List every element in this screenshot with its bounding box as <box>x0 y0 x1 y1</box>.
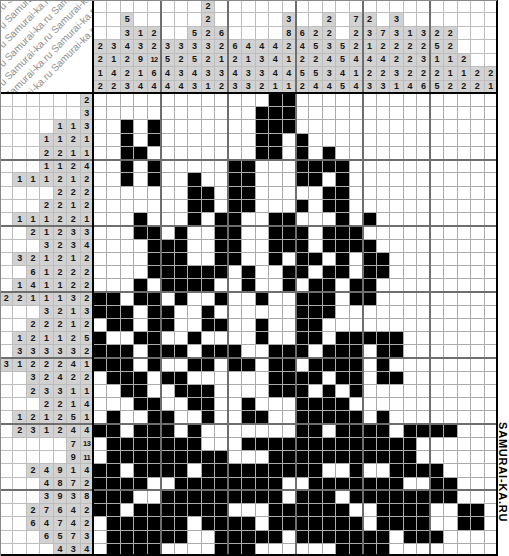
grid-cell[interactable] <box>363 107 375 119</box>
grid-cell[interactable] <box>269 491 281 503</box>
grid-cell[interactable] <box>242 359 254 371</box>
grid-cell[interactable] <box>256 425 268 437</box>
grid-cell[interactable] <box>202 240 214 252</box>
grid-cell[interactable] <box>458 411 470 423</box>
grid-cell[interactable] <box>269 292 281 304</box>
grid-cell[interactable] <box>242 425 254 437</box>
grid-cell[interactable] <box>283 451 295 463</box>
grid-cell[interactable] <box>296 226 308 238</box>
grid-cell[interactable] <box>417 266 429 278</box>
grid-cell[interactable] <box>175 319 187 331</box>
grid-cell[interactable] <box>471 504 483 516</box>
grid-cell[interactable] <box>107 200 119 212</box>
grid-cell[interactable] <box>336 478 348 490</box>
grid-cell[interactable] <box>175 438 187 450</box>
grid-cell[interactable] <box>121 266 133 278</box>
grid-cell[interactable] <box>390 464 402 476</box>
grid-cell[interactable] <box>242 306 254 318</box>
grid-cell[interactable] <box>229 425 241 437</box>
grid-cell[interactable] <box>202 200 214 212</box>
grid-cell[interactable] <box>444 398 456 410</box>
grid-cell[interactable] <box>471 464 483 476</box>
grid-cell[interactable] <box>336 504 348 516</box>
grid-cell[interactable] <box>283 504 295 516</box>
grid-cell[interactable] <box>444 359 456 371</box>
grid-cell[interactable] <box>390 160 402 172</box>
grid-cell[interactable] <box>417 438 429 450</box>
grid-cell[interactable] <box>256 478 268 490</box>
grid-cell[interactable] <box>121 134 133 146</box>
grid-cell[interactable] <box>336 345 348 357</box>
grid-cell[interactable] <box>296 451 308 463</box>
grid-cell[interactable] <box>309 292 321 304</box>
grid-cell[interactable] <box>229 279 241 291</box>
grid-cell[interactable] <box>296 319 308 331</box>
grid-cell[interactable] <box>309 187 321 199</box>
grid-cell[interactable] <box>175 160 187 172</box>
grid-cell[interactable] <box>161 279 173 291</box>
grid-cell[interactable] <box>175 398 187 410</box>
grid-cell[interactable] <box>269 226 281 238</box>
grid-cell[interactable] <box>148 147 160 159</box>
grid-cell[interactable] <box>202 306 214 318</box>
grid-cell[interactable] <box>242 478 254 490</box>
grid-cell[interactable] <box>242 292 254 304</box>
grid-cell[interactable] <box>229 385 241 397</box>
grid-cell[interactable] <box>121 147 133 159</box>
grid-cell[interactable] <box>175 292 187 304</box>
grid-cell[interactable] <box>161 266 173 278</box>
grid-cell[interactable] <box>256 226 268 238</box>
grid-cell[interactable] <box>471 147 483 159</box>
grid-cell[interactable] <box>269 266 281 278</box>
grid-cell[interactable] <box>417 213 429 225</box>
grid-cell[interactable] <box>283 266 295 278</box>
grid-cell[interactable] <box>350 504 362 516</box>
grid-cell[interactable] <box>417 517 429 529</box>
grid-cell[interactable] <box>309 94 321 106</box>
grid-cell[interactable] <box>202 372 214 384</box>
grid-cell[interactable] <box>417 398 429 410</box>
grid-cell[interactable] <box>431 359 443 371</box>
grid-cell[interactable] <box>377 531 389 543</box>
grid-cell[interactable] <box>107 438 119 450</box>
grid-cell[interactable] <box>350 147 362 159</box>
grid-cell[interactable] <box>202 398 214 410</box>
grid-cell[interactable] <box>283 160 295 172</box>
grid-cell[interactable] <box>404 107 416 119</box>
grid-cell[interactable] <box>323 398 335 410</box>
grid-cell[interactable] <box>148 411 160 423</box>
grid-cell[interactable] <box>336 306 348 318</box>
grid-cell[interactable] <box>94 147 106 159</box>
grid-cell[interactable] <box>431 504 443 516</box>
grid-cell[interactable] <box>323 200 335 212</box>
grid-cell[interactable] <box>242 253 254 265</box>
grid-cell[interactable] <box>269 187 281 199</box>
grid-cell[interactable] <box>404 266 416 278</box>
grid-cell[interactable] <box>363 451 375 463</box>
grid-cell[interactable] <box>121 213 133 225</box>
grid-cell[interactable] <box>188 517 200 529</box>
grid-cell[interactable] <box>323 451 335 463</box>
grid-cell[interactable] <box>269 306 281 318</box>
grid-cell[interactable] <box>404 517 416 529</box>
grid-cell[interactable] <box>471 240 483 252</box>
grid-cell[interactable] <box>94 94 106 106</box>
grid-cell[interactable] <box>404 213 416 225</box>
grid-cell[interactable] <box>256 160 268 172</box>
grid-cell[interactable] <box>444 385 456 397</box>
grid-cell[interactable] <box>350 359 362 371</box>
grid-cell[interactable] <box>215 504 227 516</box>
grid-cell[interactable] <box>336 491 348 503</box>
grid-cell[interactable] <box>94 425 106 437</box>
grid-cell[interactable] <box>202 359 214 371</box>
grid-cell[interactable] <box>161 517 173 529</box>
grid-cell[interactable] <box>377 134 389 146</box>
grid-cell[interactable] <box>471 160 483 172</box>
grid-cell[interactable] <box>134 359 146 371</box>
grid-cell[interactable] <box>283 464 295 476</box>
grid-cell[interactable] <box>417 319 429 331</box>
grid-cell[interactable] <box>390 504 402 516</box>
grid-cell[interactable] <box>148 187 160 199</box>
grid-cell[interactable] <box>148 332 160 344</box>
grid-cell[interactable] <box>269 531 281 543</box>
grid-cell[interactable] <box>161 504 173 516</box>
grid-cell[interactable] <box>269 398 281 410</box>
grid-cell[interactable] <box>323 319 335 331</box>
grid-cell[interactable] <box>350 517 362 529</box>
grid-cell[interactable] <box>363 438 375 450</box>
grid-cell[interactable] <box>256 120 268 132</box>
grid-cell[interactable] <box>161 372 173 384</box>
grid-cell[interactable] <box>215 517 227 529</box>
grid-cell[interactable] <box>404 504 416 516</box>
grid-cell[interactable] <box>431 134 443 146</box>
grid-cell[interactable] <box>323 173 335 185</box>
grid-cell[interactable] <box>256 200 268 212</box>
grid-cell[interactable] <box>336 200 348 212</box>
grid-cell[interactable] <box>390 279 402 291</box>
grid-cell[interactable] <box>94 226 106 238</box>
grid-cell[interactable] <box>121 332 133 344</box>
grid-cell[interactable] <box>444 517 456 529</box>
grid-cell[interactable] <box>471 438 483 450</box>
grid-cell[interactable] <box>296 200 308 212</box>
grid-cell[interactable] <box>202 411 214 423</box>
grid-cell[interactable] <box>269 345 281 357</box>
grid-cell[interactable] <box>336 160 348 172</box>
grid-cell[interactable] <box>229 107 241 119</box>
grid-cell[interactable] <box>296 134 308 146</box>
grid-cell[interactable] <box>215 253 227 265</box>
grid-cell[interactable] <box>471 120 483 132</box>
grid-cell[interactable] <box>323 266 335 278</box>
grid-cell[interactable] <box>148 478 160 490</box>
grid-cell[interactable] <box>471 319 483 331</box>
grid-cell[interactable] <box>323 213 335 225</box>
grid-cell[interactable] <box>242 173 254 185</box>
grid-cell[interactable] <box>215 279 227 291</box>
grid-cell[interactable] <box>336 266 348 278</box>
grid-cell[interactable] <box>309 120 321 132</box>
grid-cell[interactable] <box>256 372 268 384</box>
grid-cell[interactable] <box>417 359 429 371</box>
grid-cell[interactable] <box>94 504 106 516</box>
grid-cell[interactable] <box>350 464 362 476</box>
grid-cell[interactable] <box>336 531 348 543</box>
grid-cell[interactable] <box>107 134 119 146</box>
grid-cell[interactable] <box>390 306 402 318</box>
grid-cell[interactable] <box>350 385 362 397</box>
grid-cell[interactable] <box>363 292 375 304</box>
grid-cell[interactable] <box>202 120 214 132</box>
grid-cell[interactable] <box>296 213 308 225</box>
grid-cell[interactable] <box>417 306 429 318</box>
grid-cell[interactable] <box>404 147 416 159</box>
grid-cell[interactable] <box>471 187 483 199</box>
grid-cell[interactable] <box>175 425 187 437</box>
grid-cell[interactable] <box>148 345 160 357</box>
grid-cell[interactable] <box>229 411 241 423</box>
grid-cell[interactable] <box>242 200 254 212</box>
grid-cell[interactable] <box>350 292 362 304</box>
grid-cell[interactable] <box>309 398 321 410</box>
grid-cell[interactable] <box>161 200 173 212</box>
grid-cell[interactable] <box>417 120 429 132</box>
grid-cell[interactable] <box>148 531 160 543</box>
grid-cell[interactable] <box>444 147 456 159</box>
grid-cell[interactable] <box>323 504 335 516</box>
grid-cell[interactable] <box>309 226 321 238</box>
grid-cell[interactable] <box>309 279 321 291</box>
grid-cell[interactable] <box>404 279 416 291</box>
grid-cell[interactable] <box>296 425 308 437</box>
grid-cell[interactable] <box>188 438 200 450</box>
grid-cell[interactable] <box>444 372 456 384</box>
grid-cell[interactable] <box>188 478 200 490</box>
grid-cell[interactable] <box>256 359 268 371</box>
grid-cell[interactable] <box>350 120 362 132</box>
grid-cell[interactable] <box>377 451 389 463</box>
grid-cell[interactable] <box>458 451 470 463</box>
grid-cell[interactable] <box>121 160 133 172</box>
grid-cell[interactable] <box>417 385 429 397</box>
grid-cell[interactable] <box>215 478 227 490</box>
grid-cell[interactable] <box>323 531 335 543</box>
grid-cell[interactable] <box>202 279 214 291</box>
grid-cell[interactable] <box>215 213 227 225</box>
grid-cell[interactable] <box>444 266 456 278</box>
grid-cell[interactable] <box>417 491 429 503</box>
grid-cell[interactable] <box>458 147 470 159</box>
grid-cell[interactable] <box>283 319 295 331</box>
grid-cell[interactable] <box>121 425 133 437</box>
grid-cell[interactable] <box>444 319 456 331</box>
grid-cell[interactable] <box>350 478 362 490</box>
grid-cell[interactable] <box>404 200 416 212</box>
grid-cell[interactable] <box>148 451 160 463</box>
grid-cell[interactable] <box>215 451 227 463</box>
grid-cell[interactable] <box>336 332 348 344</box>
grid-cell[interactable] <box>431 173 443 185</box>
grid-cell[interactable] <box>377 120 389 132</box>
grid-cell[interactable] <box>417 478 429 490</box>
grid-cell[interactable] <box>296 438 308 450</box>
grid-cell[interactable] <box>363 306 375 318</box>
grid-cell[interactable] <box>121 464 133 476</box>
grid-cell[interactable] <box>377 94 389 106</box>
grid-cell[interactable] <box>377 160 389 172</box>
grid-cell[interactable] <box>296 306 308 318</box>
grid-cell[interactable] <box>283 398 295 410</box>
grid-cell[interactable] <box>148 160 160 172</box>
grid-cell[interactable] <box>350 279 362 291</box>
grid-cell[interactable] <box>94 187 106 199</box>
grid-cell[interactable] <box>417 451 429 463</box>
grid-cell[interactable] <box>323 147 335 159</box>
grid-cell[interactable] <box>148 438 160 450</box>
grid-cell[interactable] <box>121 438 133 450</box>
grid-cell[interactable] <box>107 504 119 516</box>
grid-cell[interactable] <box>458 491 470 503</box>
grid-cell[interactable] <box>377 372 389 384</box>
grid-cell[interactable] <box>242 464 254 476</box>
grid-cell[interactable] <box>121 253 133 265</box>
grid-cell[interactable] <box>471 531 483 543</box>
grid-cell[interactable] <box>458 134 470 146</box>
grid-cell[interactable] <box>363 147 375 159</box>
grid-cell[interactable] <box>363 319 375 331</box>
grid-cell[interactable] <box>404 319 416 331</box>
grid-cell[interactable] <box>350 200 362 212</box>
grid-cell[interactable] <box>134 160 146 172</box>
grid-cell[interactable] <box>417 372 429 384</box>
grid-cell[interactable] <box>283 134 295 146</box>
grid-cell[interactable] <box>458 385 470 397</box>
grid-cell[interactable] <box>188 279 200 291</box>
grid-cell[interactable] <box>161 398 173 410</box>
grid-cell[interactable] <box>107 173 119 185</box>
grid-cell[interactable] <box>148 306 160 318</box>
grid-cell[interactable] <box>390 451 402 463</box>
grid-cell[interactable] <box>161 478 173 490</box>
grid-cell[interactable] <box>107 226 119 238</box>
grid-cell[interactable] <box>390 187 402 199</box>
grid-cell[interactable] <box>148 213 160 225</box>
grid-cell[interactable] <box>390 319 402 331</box>
grid-cell[interactable] <box>444 531 456 543</box>
grid-cell[interactable] <box>417 411 429 423</box>
grid-cell[interactable] <box>296 345 308 357</box>
grid-cell[interactable] <box>350 266 362 278</box>
grid-cell[interactable] <box>283 531 295 543</box>
grid-cell[interactable] <box>202 345 214 357</box>
grid-cell[interactable] <box>134 240 146 252</box>
grid-cell[interactable] <box>188 292 200 304</box>
grid-cell[interactable] <box>296 464 308 476</box>
grid-cell[interactable] <box>94 213 106 225</box>
grid-cell[interactable] <box>309 345 321 357</box>
grid-cell[interactable] <box>215 226 227 238</box>
grid-cell[interactable] <box>215 147 227 159</box>
grid-cell[interactable] <box>107 187 119 199</box>
grid-cell[interactable] <box>148 517 160 529</box>
grid-cell[interactable] <box>134 292 146 304</box>
grid-cell[interactable] <box>121 398 133 410</box>
grid-cell[interactable] <box>444 345 456 357</box>
grid-cell[interactable] <box>336 213 348 225</box>
grid-cell[interactable] <box>134 94 146 106</box>
grid-cell[interactable] <box>431 385 443 397</box>
grid-cell[interactable] <box>350 411 362 423</box>
grid-cell[interactable] <box>256 253 268 265</box>
grid-cell[interactable] <box>404 531 416 543</box>
grid-cell[interactable] <box>471 451 483 463</box>
grid-cell[interactable] <box>444 292 456 304</box>
grid-cell[interactable] <box>323 279 335 291</box>
grid-cell[interactable] <box>188 425 200 437</box>
grid-cell[interactable] <box>269 94 281 106</box>
grid-cell[interactable] <box>417 226 429 238</box>
grid-cell[interactable] <box>161 345 173 357</box>
grid-cell[interactable] <box>283 517 295 529</box>
grid-cell[interactable] <box>242 491 254 503</box>
grid-cell[interactable] <box>377 253 389 265</box>
grid-cell[interactable] <box>161 213 173 225</box>
grid-cell[interactable] <box>283 385 295 397</box>
grid-cell[interactable] <box>444 134 456 146</box>
grid-cell[interactable] <box>256 306 268 318</box>
grid-cell[interactable] <box>309 451 321 463</box>
grid-cell[interactable] <box>283 107 295 119</box>
grid-cell[interactable] <box>107 147 119 159</box>
grid-cell[interactable] <box>121 411 133 423</box>
grid-cell[interactable] <box>161 187 173 199</box>
grid-cell[interactable] <box>256 531 268 543</box>
grid-cell[interactable] <box>229 504 241 516</box>
grid-cell[interactable] <box>296 372 308 384</box>
grid-cell[interactable] <box>229 120 241 132</box>
grid-cell[interactable] <box>121 531 133 543</box>
grid-cell[interactable] <box>242 160 254 172</box>
grid-cell[interactable] <box>283 94 295 106</box>
grid-cell[interactable] <box>94 200 106 212</box>
grid-cell[interactable] <box>175 491 187 503</box>
grid-cell[interactable] <box>404 332 416 344</box>
grid-cell[interactable] <box>336 253 348 265</box>
grid-cell[interactable] <box>215 531 227 543</box>
grid-cell[interactable] <box>417 332 429 344</box>
grid-cell[interactable] <box>256 292 268 304</box>
grid-cell[interactable] <box>269 372 281 384</box>
grid-cell[interactable] <box>444 226 456 238</box>
grid-cell[interactable] <box>121 173 133 185</box>
grid-cell[interactable] <box>188 531 200 543</box>
grid-cell[interactable] <box>94 345 106 357</box>
grid-cell[interactable] <box>444 411 456 423</box>
grid-cell[interactable] <box>269 385 281 397</box>
grid-cell[interactable] <box>215 94 227 106</box>
grid-cell[interactable] <box>202 292 214 304</box>
grid-cell[interactable] <box>458 531 470 543</box>
grid-cell[interactable] <box>148 266 160 278</box>
grid-cell[interactable] <box>94 173 106 185</box>
grid-cell[interactable] <box>148 253 160 265</box>
grid-cell[interactable] <box>175 134 187 146</box>
